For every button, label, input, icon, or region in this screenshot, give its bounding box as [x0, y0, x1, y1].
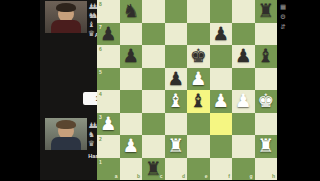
- square-d7[interactable]: [165, 23, 188, 46]
- square-g1[interactable]: g: [232, 158, 255, 181]
- rank-label-5: 5: [99, 69, 102, 75]
- avatar-shirt: [51, 137, 81, 150]
- square-h2[interactable]: ♜: [255, 135, 278, 158]
- square-d4[interactable]: ♝: [165, 90, 188, 113]
- square-h4[interactable]: ♚: [255, 90, 278, 113]
- square-f4[interactable]: ♟: [210, 90, 233, 113]
- black-bishop-h6: ♝: [255, 45, 278, 68]
- black-pawn-a7: ♟: [97, 23, 120, 46]
- square-e3[interactable]: [187, 113, 210, 136]
- square-b2[interactable]: ♟: [120, 135, 143, 158]
- avatar-hair: [56, 3, 76, 12]
- square-c4[interactable]: [142, 90, 165, 113]
- square-a3[interactable]: 3♟: [97, 113, 120, 136]
- square-f5[interactable]: [210, 68, 233, 91]
- black-bishop-e4: ♝: [187, 90, 210, 113]
- white-pawn-b2: ♟: [120, 135, 143, 158]
- broadcast-frame: ♟♟♟♞♞♝♛ Anish Giri 2758 46:28 1:17:53 ♟♟…: [0, 0, 320, 180]
- square-f2[interactable]: [210, 135, 233, 158]
- file-label-b: b: [137, 173, 140, 179]
- file-label-h: h: [272, 173, 275, 179]
- square-e5[interactable]: ♟: [187, 68, 210, 91]
- square-d8[interactable]: [165, 0, 188, 23]
- square-g7[interactable]: [232, 23, 255, 46]
- black-pawn-g6: ♟: [232, 45, 255, 68]
- square-a4[interactable]: 4: [97, 90, 120, 113]
- square-f8[interactable]: [210, 0, 233, 23]
- white-pawn-a3: ♟: [97, 113, 120, 136]
- square-c2[interactable]: [142, 135, 165, 158]
- square-a6[interactable]: 6: [97, 45, 120, 68]
- square-h3[interactable]: [255, 113, 278, 136]
- white-bishop-d4: ♝: [165, 90, 188, 113]
- square-c8[interactable]: [142, 0, 165, 23]
- white-pawn-f4: ♟: [210, 90, 233, 113]
- square-e6[interactable]: ♚: [187, 45, 210, 68]
- square-a8[interactable]: 8: [97, 0, 120, 23]
- square-b1[interactable]: b: [120, 158, 143, 181]
- square-e1[interactable]: e: [187, 158, 210, 181]
- square-e4[interactable]: ♝: [187, 90, 210, 113]
- square-d3[interactable]: [165, 113, 188, 136]
- file-label-f: f: [228, 173, 230, 179]
- square-a2[interactable]: 2: [97, 135, 120, 158]
- square-d6[interactable]: [165, 45, 188, 68]
- square-f7[interactable]: ♟: [210, 23, 233, 46]
- chess-board: 8♞♜7♟♟6♟♚♟♝5♟♟4♝♝♟♟♚3♟2♟♜♜1abc♜defgh: [97, 0, 277, 180]
- avatar-bottom-player: [45, 118, 87, 150]
- square-g5[interactable]: [232, 68, 255, 91]
- square-c6[interactable]: [142, 45, 165, 68]
- white-pawn-e5: ♟: [187, 68, 210, 91]
- square-b8[interactable]: ♞: [120, 0, 143, 23]
- square-e2[interactable]: [187, 135, 210, 158]
- black-pawn-f7: ♟: [210, 23, 233, 46]
- square-f1[interactable]: f: [210, 158, 233, 181]
- square-a5[interactable]: 5: [97, 68, 120, 91]
- square-a1[interactable]: 1a: [97, 158, 120, 181]
- layout-icon[interactable]: ▦: [279, 3, 287, 11]
- rank-label-2: 2: [99, 136, 102, 142]
- square-d5[interactable]: ♟: [165, 68, 188, 91]
- square-f3[interactable]: [210, 113, 233, 136]
- rank-label-8: 8: [99, 1, 102, 7]
- square-g8[interactable]: [232, 0, 255, 23]
- black-knight-b8: ♞: [120, 0, 143, 23]
- white-king-h4: ♚: [255, 90, 278, 113]
- board-controls: ▦⚙⇵: [279, 3, 287, 31]
- square-g4[interactable]: ♟: [232, 90, 255, 113]
- rank-label-6: 6: [99, 46, 102, 52]
- file-label-g: g: [249, 173, 252, 179]
- square-d1[interactable]: d: [165, 158, 188, 181]
- square-c1[interactable]: c♜: [142, 158, 165, 181]
- square-c3[interactable]: [142, 113, 165, 136]
- avatar-top-player: [45, 1, 87, 33]
- black-rook-h8: ♜: [255, 0, 278, 23]
- square-c5[interactable]: [142, 68, 165, 91]
- square-b7[interactable]: [120, 23, 143, 46]
- black-pawn-d5: ♟: [165, 68, 188, 91]
- gear-icon[interactable]: ⚙: [279, 13, 287, 21]
- avatar-hair: [56, 120, 76, 129]
- rank-label-1: 1: [99, 159, 102, 165]
- players-panel: ♟♟♟♞♞♝♛ Anish Giri 2758 46:28 1:17:53 ♟♟…: [40, 0, 97, 180]
- square-b3[interactable]: [120, 113, 143, 136]
- file-label-d: d: [182, 173, 185, 179]
- square-d2[interactable]: ♜: [165, 135, 188, 158]
- square-g6[interactable]: ♟: [232, 45, 255, 68]
- file-label-a: a: [115, 173, 118, 179]
- square-e8[interactable]: [187, 0, 210, 23]
- square-f6[interactable]: [210, 45, 233, 68]
- rank-label-4: 4: [99, 91, 102, 97]
- white-rook-d2: ♜: [165, 135, 188, 158]
- white-rook-h2: ♜: [255, 135, 278, 158]
- square-b4[interactable]: [120, 90, 143, 113]
- file-label-e: e: [205, 173, 208, 179]
- square-b5[interactable]: [120, 68, 143, 91]
- flip-board-icon[interactable]: ⇵: [279, 23, 287, 31]
- black-pawn-b6: ♟: [120, 45, 143, 68]
- square-g3[interactable]: [232, 113, 255, 136]
- square-a7[interactable]: 7♟: [97, 23, 120, 46]
- square-e7[interactable]: [187, 23, 210, 46]
- white-pawn-g4: ♟: [232, 90, 255, 113]
- square-h8[interactable]: ♜: [255, 0, 278, 23]
- black-king-e6: ♚: [187, 45, 210, 68]
- square-g2[interactable]: [232, 135, 255, 158]
- black-rook-c1: ♜: [142, 158, 165, 181]
- square-h1[interactable]: h: [255, 158, 278, 181]
- square-b6[interactable]: ♟: [120, 45, 143, 68]
- square-h6[interactable]: ♝: [255, 45, 278, 68]
- square-c7[interactable]: [142, 23, 165, 46]
- square-h7[interactable]: [255, 23, 278, 46]
- avatar-shirt: [51, 20, 81, 33]
- square-h5[interactable]: [255, 68, 278, 91]
